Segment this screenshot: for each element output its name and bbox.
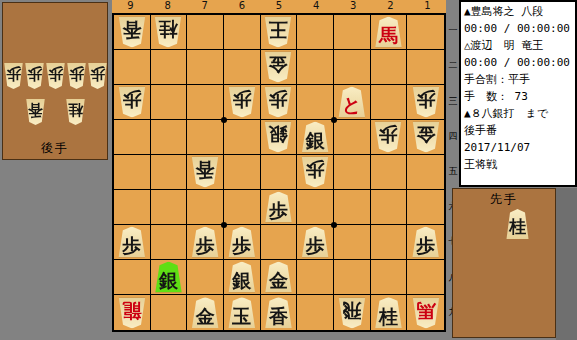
piece-glyph: 金 [269,52,288,77]
square-76[interactable] [187,190,224,225]
sente-tray-label: 先手 [453,191,555,208]
square-53[interactable]: 歩 [261,85,298,120]
rank-label-4: 四 [447,119,459,154]
file-label-3: 3 [335,0,372,13]
square-35[interactable] [334,155,371,190]
piece-glyph: 歩 [269,198,288,223]
square-24[interactable]: 歩 [371,120,408,155]
piece-glyph: 歩 [232,233,251,258]
square-82[interactable] [151,50,188,85]
gote-hand-piece-歩[interactable]: 歩 [45,63,66,89]
piece-歩-17[interactable]: 歩 [411,227,441,258]
square-72[interactable] [187,50,224,85]
piece-銀-44[interactable]: 銀 [300,122,330,153]
file-label-8: 8 [149,0,186,13]
square-65[interactable] [224,155,261,190]
square-74[interactable] [187,120,224,155]
piece-glyph: 歩 [196,233,215,258]
gote-hand-piece-歩[interactable]: 歩 [24,63,45,89]
square-13[interactable]: 歩 [407,85,444,120]
file-label-7: 7 [186,0,223,13]
info-line-3: △渡辺 明 竜王 [464,37,572,54]
square-59[interactable]: 香 [261,295,298,330]
gote-captured-tray: 歩歩歩歩歩 香桂 後手 [2,2,108,160]
piece-香-75[interactable]: 香 [190,157,220,188]
piece-龍-99[interactable]: 龍 [117,297,147,328]
square-73[interactable] [187,85,224,120]
file-coordinate-labels: 987654321 [112,0,446,13]
rank-label-5: 五 [447,154,459,189]
square-84[interactable] [151,120,188,155]
square-38[interactable] [334,260,371,295]
square-99[interactable]: 龍 [114,295,151,330]
piece-glyph: 歩 [122,87,141,112]
piece-銀-54[interactable]: 銀 [263,122,293,153]
rank-label-2: 二 [447,48,459,83]
square-86[interactable] [151,190,188,225]
square-17[interactable]: 歩 [407,225,444,260]
piece-glyph: 歩 [306,157,325,182]
sente-captured-tray: 先手 桂 [452,188,556,338]
piece-玉-69[interactable]: 玉 [227,297,257,328]
file-label-6: 6 [223,0,260,13]
piece-glyph: 歩 [27,63,42,84]
gote-hand-piece-香[interactable]: 香 [25,99,46,125]
square-29[interactable]: 桂 [371,295,408,330]
square-87[interactable] [151,225,188,260]
square-63[interactable]: 歩 [224,85,261,120]
square-26[interactable] [371,190,408,225]
square-96[interactable] [114,190,151,225]
square-34[interactable] [334,120,371,155]
info-line-7: ▲８八銀打 まで [464,105,572,122]
info-line-10: 王将戦 [464,156,572,173]
square-92[interactable] [114,50,151,85]
piece-金-79[interactable]: 金 [190,297,220,328]
square-25[interactable] [371,155,408,190]
piece-glyph: 金 [269,268,288,293]
square-12[interactable] [407,50,444,85]
piece-歩-67[interactable]: 歩 [227,227,257,258]
piece-glyph: 歩 [416,87,435,112]
piece-glyph: 飛 [342,297,361,322]
square-77[interactable]: 歩 [187,225,224,260]
info-line-4: 00:00 / 00:00:00 [464,54,572,71]
piece-glyph: 香 [122,17,141,42]
square-51[interactable]: 王 [261,15,298,50]
piece-香-59[interactable]: 香 [263,297,293,328]
piece-glyph: 歩 [306,233,325,258]
piece-glyph: 桂 [379,303,398,328]
piece-飛-39[interactable]: 飛 [337,297,367,328]
square-55[interactable] [261,155,298,190]
square-69[interactable]: 玉 [224,295,261,330]
square-78[interactable] [187,260,224,295]
piece-金-52[interactable]: 金 [263,52,293,83]
piece-glyph: 桂 [159,17,178,42]
piece-歩-24[interactable]: 歩 [373,122,403,153]
square-54[interactable]: 銀 [261,120,298,155]
square-44[interactable]: 銀 [297,120,334,155]
square-37[interactable] [334,225,371,260]
square-48[interactable] [297,260,334,295]
piece-glyph: 銀 [232,268,251,293]
game-info-panel: ▲豊島将之 八段00:00 / 00:00:00△渡辺 明 竜王00:00 / … [459,0,577,187]
square-93[interactable]: 歩 [114,85,151,120]
square-27[interactable] [371,225,408,260]
gote-tray-label: 後手 [3,140,107,157]
piece-glyph: 歩 [269,87,288,112]
info-line-2: 00:00 / 00:00:00 [464,20,572,37]
square-89[interactable] [151,295,188,330]
info-line-5: 手合割：平手 [464,71,572,88]
square-15[interactable] [407,155,444,190]
square-91[interactable]: 香 [114,15,151,50]
file-label-9: 9 [112,0,149,13]
piece-glyph: 歩 [90,63,105,84]
square-18[interactable] [407,260,444,295]
piece-glyph: 香 [28,99,43,120]
gote-hand-piece-歩[interactable]: 歩 [3,63,24,89]
piece-glyph: 龍 [122,297,141,322]
piece-glyph: 歩 [122,233,141,258]
info-line-6: 手 数： 73 [464,88,572,105]
piece-銀-68[interactable]: 銀 [227,262,257,293]
square-49[interactable] [297,295,334,330]
piece-金-58[interactable]: 金 [263,262,293,293]
piece-歩-13[interactable]: 歩 [411,87,441,118]
square-14[interactable]: 金 [407,120,444,155]
square-66[interactable] [224,190,261,225]
gote-hand-piece-歩[interactable]: 歩 [66,63,87,89]
piece-glyph: 玉 [232,303,251,328]
square-79[interactable]: 金 [187,295,224,330]
square-21[interactable]: 馬 [371,15,408,50]
piece-歩-97[interactable]: 歩 [117,227,147,258]
info-line-9: 2017/11/07 [464,139,572,156]
piece-glyph: 香 [269,303,288,328]
piece-歩-56[interactable]: 歩 [263,192,293,223]
square-19[interactable]: 馬 [407,295,444,330]
piece-歩-53[interactable]: 歩 [263,87,293,118]
piece-歩-77[interactable]: 歩 [190,227,220,258]
piece-glyph: と [342,93,361,118]
square-32[interactable] [334,50,371,85]
square-57[interactable] [261,225,298,260]
piece-glyph: 香 [196,157,215,182]
square-46[interactable] [297,190,334,225]
piece-歩-93[interactable]: 歩 [117,87,147,118]
piece-glyph: 銀 [306,128,325,153]
square-95[interactable] [114,155,151,190]
gote-hand-piece-桂[interactable]: 桂 [65,99,86,125]
piece-馬-19[interactable]: 馬 [411,297,441,328]
square-75[interactable]: 香 [187,155,224,190]
piece-glyph: 歩 [379,122,398,147]
piece-glyph: 歩 [232,87,251,112]
square-94[interactable] [114,120,151,155]
square-45[interactable]: 歩 [297,155,334,190]
file-label-1: 1 [409,0,446,13]
square-97[interactable]: 歩 [114,225,151,260]
piece-歩-45[interactable]: 歩 [300,157,330,188]
square-22[interactable] [371,50,408,85]
square-61[interactable] [224,15,261,50]
piece-歩-63[interactable]: 歩 [227,87,257,118]
gote-hand-piece-歩[interactable]: 歩 [87,63,108,89]
piece-馬-21[interactable]: 馬 [373,17,403,48]
square-31[interactable] [334,15,371,50]
piece-桂-29[interactable]: 桂 [373,297,403,328]
piece-glyph: 歩 [416,233,435,258]
square-42[interactable] [297,50,334,85]
square-28[interactable] [371,260,408,295]
square-23[interactable] [371,85,408,120]
square-83[interactable] [151,85,188,120]
file-label-5: 5 [260,0,297,13]
piece-glyph: 歩 [6,63,21,84]
square-68[interactable]: 銀 [224,260,261,295]
square-67[interactable]: 歩 [224,225,261,260]
piece-glyph: 銀 [269,122,288,147]
piece-glyph: 桂 [509,214,526,239]
square-16[interactable] [407,190,444,225]
sente-hand-piece-桂[interactable]: 桂 [505,209,530,239]
square-41[interactable] [297,15,334,50]
square-52[interactable]: 金 [261,50,298,85]
piece-glyph: 歩 [48,63,63,84]
square-58[interactable]: 金 [261,260,298,295]
square-98[interactable] [114,260,151,295]
square-36[interactable] [334,190,371,225]
piece-glyph: 馬 [416,297,435,322]
square-88[interactable]: 銀 [151,260,188,295]
square-64[interactable] [224,120,261,155]
file-label-2: 2 [372,0,409,13]
piece-銀-88[interactable]: 銀 [153,262,183,293]
square-71[interactable] [187,15,224,50]
info-line-1: ▲豊島将之 八段 [464,3,572,20]
info-line-8: 後手番 [464,122,572,139]
square-56[interactable]: 歩 [261,190,298,225]
piece-金-14[interactable]: 金 [411,122,441,153]
gote-hand-row-1: 歩歩歩歩歩 [3,63,107,89]
rank-label-1: 一 [447,13,459,48]
piece-桂-81[interactable]: 桂 [153,17,183,48]
square-85[interactable] [151,155,188,190]
piece-王-51[interactable]: 王 [263,17,293,48]
shogi-board: 987654321 香桂王馬金歩歩歩と歩銀銀歩金香歩歩歩歩歩歩歩銀銀金龍金玉香飛… [112,0,446,332]
square-11[interactable] [407,15,444,50]
gote-hand-row-2: 香桂 [3,99,107,125]
piece-歩-47[interactable]: 歩 [300,227,330,258]
square-39[interactable]: 飛 [334,295,371,330]
piece-glyph: 歩 [69,63,84,84]
piece-と-33[interactable]: と [337,87,367,118]
piece-glyph: 馬 [379,23,398,48]
rank-label-3: 三 [447,83,459,118]
piece-香-91[interactable]: 香 [117,17,147,48]
piece-glyph: 王 [269,17,288,42]
file-label-4: 4 [298,0,335,13]
piece-glyph: 桂 [68,99,83,120]
piece-glyph: 金 [196,303,215,328]
piece-glyph: 銀 [159,268,178,293]
square-62[interactable] [224,50,261,85]
square-47[interactable]: 歩 [297,225,334,260]
window-edge-strip [556,188,577,340]
piece-glyph: 金 [416,122,435,147]
square-81[interactable]: 桂 [151,15,188,50]
square-43[interactable] [297,85,334,120]
square-33[interactable]: と [334,85,371,120]
board-grid: 香桂王馬金歩歩歩と歩銀銀歩金香歩歩歩歩歩歩歩銀銀金龍金玉香飛桂馬 [112,13,446,332]
